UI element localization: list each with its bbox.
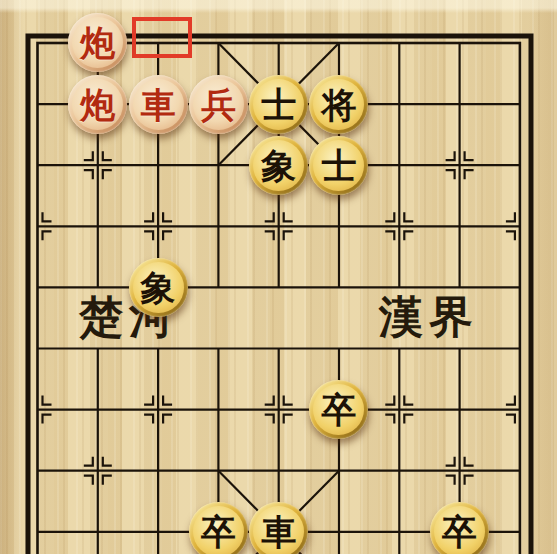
piece-face: 炮 [72, 17, 123, 68]
piece-character: 兵 [201, 87, 236, 122]
xiangqi-board: 楚河 漢界 炮炮車兵士将象士象卒卒車卒 [0, 0, 557, 554]
piece-black-general[interactable]: 将 [309, 75, 368, 134]
piece-character: 卒 [442, 514, 477, 549]
piece-red-cannon[interactable]: 炮 [68, 75, 127, 134]
piece-black-advisor[interactable]: 士 [309, 136, 368, 195]
piece-face: 車 [133, 79, 184, 130]
piece-black-advisor[interactable]: 士 [249, 75, 308, 134]
piece-face: 士 [313, 140, 364, 191]
piece-face: 卒 [434, 506, 485, 554]
piece-face: 象 [133, 262, 184, 313]
piece-face: 士 [253, 79, 304, 130]
piece-face: 車 [253, 506, 304, 554]
piece-character: 士 [261, 87, 296, 122]
piece-face: 兵 [193, 79, 244, 130]
piece-red-cannon[interactable]: 炮 [68, 13, 127, 72]
piece-black-soldier[interactable]: 卒 [189, 502, 248, 554]
piece-face: 卒 [313, 384, 364, 435]
piece-black-soldier[interactable]: 卒 [309, 380, 368, 439]
piece-face: 卒 [193, 506, 244, 554]
piece-black-elephant[interactable]: 象 [249, 136, 308, 195]
piece-character: 象 [261, 148, 296, 183]
piece-face: 炮 [72, 79, 123, 130]
pieces-layer: 炮炮車兵士将象士象卒卒車卒 [7, 12, 550, 554]
piece-black-soldier[interactable]: 卒 [430, 502, 489, 554]
piece-black-elephant[interactable]: 象 [129, 258, 188, 317]
piece-character: 車 [261, 514, 296, 549]
piece-face: 将 [313, 79, 364, 130]
piece-character: 卒 [201, 514, 236, 549]
piece-character: 炮 [80, 25, 115, 60]
piece-character: 卒 [321, 392, 356, 427]
piece-character: 士 [321, 148, 356, 183]
piece-red-chariot[interactable]: 車 [129, 75, 188, 134]
piece-face: 象 [253, 140, 304, 191]
piece-character: 車 [141, 87, 176, 122]
piece-black-chariot[interactable]: 車 [249, 502, 308, 554]
piece-character: 象 [141, 270, 176, 305]
piece-character: 炮 [80, 87, 115, 122]
piece-red-soldier[interactable]: 兵 [189, 75, 248, 134]
piece-character: 将 [321, 87, 356, 122]
